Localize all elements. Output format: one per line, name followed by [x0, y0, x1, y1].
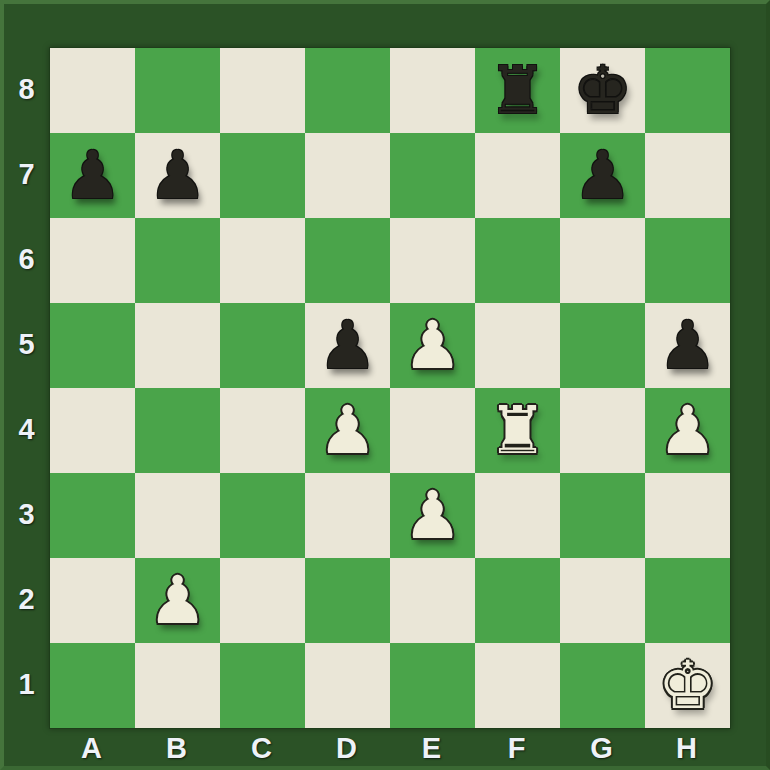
square-g4[interactable] — [560, 388, 645, 473]
square-h6[interactable] — [645, 218, 730, 303]
file-labels: ABCDEFGH — [49, 727, 729, 770]
square-g7[interactable]: ♟ — [560, 133, 645, 218]
rank-label-1: 1 — [4, 642, 49, 727]
file-label-c: C — [219, 727, 304, 770]
square-d8[interactable] — [305, 48, 390, 133]
black-pawn[interactable]: ♟ — [658, 303, 717, 388]
square-d6[interactable] — [305, 218, 390, 303]
chess-board-frame: 87654321 ♜♚♟♟♟♟♟♟♟♜♟♟♟♚ ABCDEFGH — [0, 0, 770, 770]
chess-board: ♜♚♟♟♟♟♟♟♟♜♟♟♟♚ — [49, 47, 731, 729]
square-d4[interactable]: ♟ — [305, 388, 390, 473]
square-e5[interactable]: ♟ — [390, 303, 475, 388]
black-rook[interactable]: ♜ — [488, 48, 547, 133]
rank-label-7: 7 — [4, 132, 49, 217]
rank-label-8: 8 — [4, 47, 49, 132]
square-h3[interactable] — [645, 473, 730, 558]
file-label-e: E — [389, 727, 474, 770]
square-e2[interactable] — [390, 558, 475, 643]
rank-label-5: 5 — [4, 302, 49, 387]
rank-label-2: 2 — [4, 557, 49, 642]
square-c6[interactable] — [220, 218, 305, 303]
square-a3[interactable] — [50, 473, 135, 558]
square-b1[interactable] — [135, 643, 220, 728]
square-c5[interactable] — [220, 303, 305, 388]
square-d1[interactable] — [305, 643, 390, 728]
square-a7[interactable]: ♟ — [50, 133, 135, 218]
square-g2[interactable] — [560, 558, 645, 643]
square-h1[interactable]: ♚ — [645, 643, 730, 728]
white-king[interactable]: ♚ — [658, 643, 717, 728]
square-b4[interactable] — [135, 388, 220, 473]
square-b8[interactable] — [135, 48, 220, 133]
square-f4[interactable]: ♜ — [475, 388, 560, 473]
rank-label-6: 6 — [4, 217, 49, 302]
square-f3[interactable] — [475, 473, 560, 558]
square-b7[interactable]: ♟ — [135, 133, 220, 218]
white-pawn[interactable]: ♟ — [658, 388, 717, 473]
square-e8[interactable] — [390, 48, 475, 133]
black-pawn[interactable]: ♟ — [148, 133, 207, 218]
file-label-a: A — [49, 727, 134, 770]
square-c3[interactable] — [220, 473, 305, 558]
rank-labels: 87654321 — [4, 47, 49, 727]
white-pawn[interactable]: ♟ — [403, 303, 462, 388]
square-a5[interactable] — [50, 303, 135, 388]
square-d3[interactable] — [305, 473, 390, 558]
white-pawn[interactable]: ♟ — [403, 473, 462, 558]
file-label-g: G — [559, 727, 644, 770]
square-c4[interactable] — [220, 388, 305, 473]
square-e4[interactable] — [390, 388, 475, 473]
white-pawn[interactable]: ♟ — [148, 558, 207, 643]
square-g3[interactable] — [560, 473, 645, 558]
white-pawn[interactable]: ♟ — [318, 388, 377, 473]
square-f6[interactable] — [475, 218, 560, 303]
square-a8[interactable] — [50, 48, 135, 133]
square-f8[interactable]: ♜ — [475, 48, 560, 133]
square-c7[interactable] — [220, 133, 305, 218]
square-e7[interactable] — [390, 133, 475, 218]
square-b5[interactable] — [135, 303, 220, 388]
square-a4[interactable] — [50, 388, 135, 473]
square-e3[interactable]: ♟ — [390, 473, 475, 558]
square-c2[interactable] — [220, 558, 305, 643]
square-a2[interactable] — [50, 558, 135, 643]
square-d5[interactable]: ♟ — [305, 303, 390, 388]
square-f5[interactable] — [475, 303, 560, 388]
square-a1[interactable] — [50, 643, 135, 728]
rank-label-3: 3 — [4, 472, 49, 557]
square-h2[interactable] — [645, 558, 730, 643]
square-f2[interactable] — [475, 558, 560, 643]
rank-label-4: 4 — [4, 387, 49, 472]
square-b2[interactable]: ♟ — [135, 558, 220, 643]
square-d2[interactable] — [305, 558, 390, 643]
square-f1[interactable] — [475, 643, 560, 728]
black-king[interactable]: ♚ — [573, 48, 632, 133]
square-f7[interactable] — [475, 133, 560, 218]
square-a6[interactable] — [50, 218, 135, 303]
square-b3[interactable] — [135, 473, 220, 558]
square-g1[interactable] — [560, 643, 645, 728]
square-h4[interactable]: ♟ — [645, 388, 730, 473]
black-pawn[interactable]: ♟ — [63, 133, 122, 218]
file-label-b: B — [134, 727, 219, 770]
square-g6[interactable] — [560, 218, 645, 303]
black-pawn[interactable]: ♟ — [573, 133, 632, 218]
square-h5[interactable]: ♟ — [645, 303, 730, 388]
black-pawn[interactable]: ♟ — [318, 303, 377, 388]
square-e6[interactable] — [390, 218, 475, 303]
file-label-f: F — [474, 727, 559, 770]
file-label-h: H — [644, 727, 729, 770]
square-g5[interactable] — [560, 303, 645, 388]
square-g8[interactable]: ♚ — [560, 48, 645, 133]
square-h7[interactable] — [645, 133, 730, 218]
square-b6[interactable] — [135, 218, 220, 303]
white-rook[interactable]: ♜ — [488, 388, 547, 473]
square-c8[interactable] — [220, 48, 305, 133]
square-e1[interactable] — [390, 643, 475, 728]
file-label-d: D — [304, 727, 389, 770]
square-d7[interactable] — [305, 133, 390, 218]
square-c1[interactable] — [220, 643, 305, 728]
square-h8[interactable] — [645, 48, 730, 133]
